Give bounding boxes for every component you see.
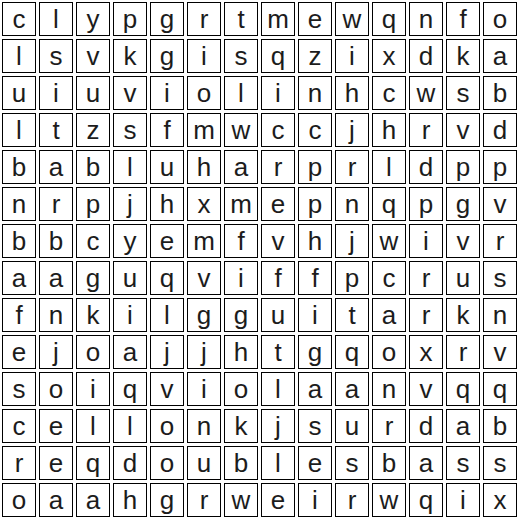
- grid-cell[interactable]: p: [335, 261, 369, 295]
- grid-cell[interactable]: s: [446, 446, 480, 480]
- grid-cell[interactable]: q: [113, 372, 147, 406]
- grid-cell[interactable]: h: [113, 483, 147, 517]
- grid-cell[interactable]: u: [446, 261, 480, 295]
- grid-cell[interactable]: k: [446, 39, 480, 73]
- grid-cell[interactable]: n: [2, 187, 36, 221]
- grid-cell[interactable]: e: [261, 187, 295, 221]
- grid-cell[interactable]: r: [483, 224, 517, 258]
- grid-cell[interactable]: q: [335, 335, 369, 369]
- grid-cell[interactable]: i: [113, 298, 147, 332]
- grid-cell[interactable]: t: [261, 335, 295, 369]
- grid-cell[interactable]: v: [483, 187, 517, 221]
- grid-cell[interactable]: b: [39, 224, 73, 258]
- grid-cell[interactable]: v: [150, 372, 184, 406]
- grid-cell[interactable]: m: [224, 187, 258, 221]
- grid-cell[interactable]: u: [113, 261, 147, 295]
- grid-cell[interactable]: i: [150, 76, 184, 110]
- grid-cell[interactable]: l: [2, 113, 36, 147]
- grid-cell[interactable]: m: [187, 113, 221, 147]
- grid-cell[interactable]: h: [187, 150, 221, 184]
- grid-cell[interactable]: f: [150, 113, 184, 147]
- grid-cell[interactable]: v: [113, 76, 147, 110]
- grid-cell[interactable]: w: [372, 224, 406, 258]
- grid-cell[interactable]: o: [224, 372, 258, 406]
- grid-cell[interactable]: c: [372, 261, 406, 295]
- grid-cell[interactable]: a: [298, 372, 332, 406]
- grid-cell[interactable]: j: [335, 224, 369, 258]
- grid-cell[interactable]: g: [187, 298, 221, 332]
- grid-cell[interactable]: e: [298, 446, 332, 480]
- grid-cell[interactable]: q: [372, 2, 406, 36]
- grid-cell[interactable]: u: [2, 76, 36, 110]
- grid-cell[interactable]: l: [2, 39, 36, 73]
- grid-cell[interactable]: j: [187, 335, 221, 369]
- grid-cell[interactable]: o: [187, 76, 221, 110]
- grid-cell[interactable]: l: [39, 2, 73, 36]
- grid-cell[interactable]: h: [335, 76, 369, 110]
- grid-cell[interactable]: b: [76, 150, 110, 184]
- grid-cell[interactable]: l: [261, 446, 295, 480]
- grid-cell[interactable]: a: [224, 150, 258, 184]
- grid-cell[interactable]: y: [76, 2, 110, 36]
- grid-cell[interactable]: s: [39, 39, 73, 73]
- grid-cell[interactable]: h: [372, 113, 406, 147]
- grid-cell[interactable]: j: [113, 187, 147, 221]
- grid-cell[interactable]: s: [446, 76, 480, 110]
- grid-cell[interactable]: x: [372, 39, 406, 73]
- grid-cell[interactable]: j: [335, 113, 369, 147]
- grid-cell[interactable]: r: [409, 298, 443, 332]
- grid-cell[interactable]: u: [150, 150, 184, 184]
- grid-cell[interactable]: g: [446, 187, 480, 221]
- grid-cell[interactable]: j: [150, 335, 184, 369]
- grid-cell[interactable]: v: [483, 335, 517, 369]
- grid-cell[interactable]: i: [298, 298, 332, 332]
- grid-cell[interactable]: l: [113, 150, 147, 184]
- grid-cell[interactable]: o: [150, 446, 184, 480]
- grid-cell[interactable]: s: [2, 372, 36, 406]
- grid-cell[interactable]: m: [261, 2, 295, 36]
- grid-cell[interactable]: z: [298, 39, 332, 73]
- grid-cell[interactable]: r: [187, 2, 221, 36]
- grid-cell[interactable]: o: [483, 2, 517, 36]
- grid-cell[interactable]: a: [39, 150, 73, 184]
- grid-cell[interactable]: h: [298, 224, 332, 258]
- grid-cell[interactable]: e: [150, 224, 184, 258]
- grid-cell[interactable]: i: [187, 372, 221, 406]
- grid-cell[interactable]: n: [335, 187, 369, 221]
- grid-cell[interactable]: x: [483, 483, 517, 517]
- grid-cell[interactable]: i: [187, 39, 221, 73]
- grid-cell[interactable]: r: [335, 483, 369, 517]
- grid-cell[interactable]: l: [372, 150, 406, 184]
- grid-cell[interactable]: i: [39, 76, 73, 110]
- grid-cell[interactable]: p: [446, 150, 480, 184]
- grid-cell[interactable]: b: [2, 150, 36, 184]
- grid-cell[interactable]: q: [372, 187, 406, 221]
- grid-cell[interactable]: c: [261, 113, 295, 147]
- grid-cell[interactable]: k: [76, 298, 110, 332]
- grid-cell[interactable]: t: [39, 113, 73, 147]
- grid-cell[interactable]: g: [150, 2, 184, 36]
- grid-cell[interactable]: e: [298, 2, 332, 36]
- grid-cell[interactable]: f: [2, 298, 36, 332]
- grid-cell[interactable]: n: [39, 298, 73, 332]
- grid-cell[interactable]: k: [113, 39, 147, 73]
- grid-cell[interactable]: g: [150, 39, 184, 73]
- grid-cell[interactable]: s: [224, 39, 258, 73]
- grid-cell[interactable]: f: [298, 261, 332, 295]
- grid-cell[interactable]: q: [261, 39, 295, 73]
- grid-cell[interactable]: q: [409, 483, 443, 517]
- grid-cell[interactable]: i: [298, 483, 332, 517]
- grid-cell[interactable]: p: [113, 2, 147, 36]
- grid-cell[interactable]: u: [187, 446, 221, 480]
- grid-cell[interactable]: r: [187, 483, 221, 517]
- grid-cell[interactable]: g: [298, 335, 332, 369]
- grid-cell[interactable]: j: [261, 409, 295, 443]
- grid-cell[interactable]: p: [298, 187, 332, 221]
- grid-cell[interactable]: s: [335, 446, 369, 480]
- grid-cell[interactable]: m: [187, 224, 221, 258]
- grid-cell[interactable]: o: [372, 335, 406, 369]
- grid-cell[interactable]: p: [298, 150, 332, 184]
- grid-cell[interactable]: e: [2, 335, 36, 369]
- grid-cell[interactable]: l: [224, 76, 258, 110]
- grid-cell[interactable]: n: [409, 2, 443, 36]
- grid-cell[interactable]: r: [409, 261, 443, 295]
- grid-cell[interactable]: r: [335, 150, 369, 184]
- grid-cell[interactable]: q: [150, 261, 184, 295]
- grid-cell[interactable]: b: [372, 446, 406, 480]
- grid-cell[interactable]: u: [261, 298, 295, 332]
- grid-cell[interactable]: i: [409, 224, 443, 258]
- grid-cell[interactable]: q: [483, 372, 517, 406]
- grid-cell[interactable]: a: [2, 261, 36, 295]
- grid-cell[interactable]: a: [39, 261, 73, 295]
- grid-cell[interactable]: b: [224, 446, 258, 480]
- grid-cell[interactable]: a: [483, 39, 517, 73]
- grid-cell[interactable]: q: [446, 372, 480, 406]
- grid-cell[interactable]: p: [409, 187, 443, 221]
- grid-cell[interactable]: f: [224, 224, 258, 258]
- grid-cell[interactable]: o: [2, 483, 36, 517]
- grid-cell[interactable]: d: [409, 409, 443, 443]
- grid-cell[interactable]: w: [335, 2, 369, 36]
- grid-cell[interactable]: e: [39, 409, 73, 443]
- grid-cell[interactable]: l: [76, 409, 110, 443]
- grid-cell[interactable]: w: [224, 113, 258, 147]
- grid-cell[interactable]: j: [39, 335, 73, 369]
- grid-cell[interactable]: b: [483, 409, 517, 443]
- grid-cell[interactable]: o: [76, 335, 110, 369]
- grid-cell[interactable]: o: [150, 409, 184, 443]
- grid-cell[interactable]: e: [39, 446, 73, 480]
- grid-cell[interactable]: t: [224, 2, 258, 36]
- grid-cell[interactable]: c: [76, 224, 110, 258]
- grid-cell[interactable]: p: [76, 187, 110, 221]
- grid-cell[interactable]: s: [298, 409, 332, 443]
- grid-cell[interactable]: n: [372, 372, 406, 406]
- grid-cell[interactable]: n: [483, 298, 517, 332]
- grid-cell[interactable]: d: [409, 39, 443, 73]
- grid-cell[interactable]: c: [2, 409, 36, 443]
- grid-cell[interactable]: a: [335, 372, 369, 406]
- grid-cell[interactable]: u: [335, 409, 369, 443]
- grid-cell[interactable]: d: [483, 113, 517, 147]
- grid-cell[interactable]: i: [261, 76, 295, 110]
- grid-cell[interactable]: g: [150, 483, 184, 517]
- grid-cell[interactable]: r: [409, 113, 443, 147]
- grid-cell[interactable]: g: [76, 261, 110, 295]
- grid-cell[interactable]: h: [150, 187, 184, 221]
- grid-cell[interactable]: a: [76, 483, 110, 517]
- grid-cell[interactable]: r: [2, 446, 36, 480]
- grid-cell[interactable]: c: [372, 76, 406, 110]
- grid-cell[interactable]: w: [224, 483, 258, 517]
- grid-cell[interactable]: a: [372, 298, 406, 332]
- grid-cell[interactable]: l: [261, 372, 295, 406]
- grid-cell[interactable]: a: [409, 446, 443, 480]
- grid-cell[interactable]: v: [261, 224, 295, 258]
- grid-cell[interactable]: c: [298, 113, 332, 147]
- grid-cell[interactable]: r: [372, 409, 406, 443]
- grid-cell[interactable]: v: [409, 372, 443, 406]
- grid-cell[interactable]: c: [2, 2, 36, 36]
- grid-cell[interactable]: a: [113, 335, 147, 369]
- grid-cell[interactable]: s: [113, 113, 147, 147]
- grid-cell[interactable]: n: [187, 409, 221, 443]
- grid-cell[interactable]: k: [224, 409, 258, 443]
- grid-cell[interactable]: i: [224, 261, 258, 295]
- grid-cell[interactable]: s: [483, 261, 517, 295]
- grid-cell[interactable]: e: [261, 483, 295, 517]
- grid-cell[interactable]: y: [113, 224, 147, 258]
- grid-cell[interactable]: p: [483, 150, 517, 184]
- grid-cell[interactable]: f: [261, 261, 295, 295]
- grid-cell[interactable]: w: [372, 483, 406, 517]
- grid-cell[interactable]: b: [2, 224, 36, 258]
- grid-cell[interactable]: v: [76, 39, 110, 73]
- grid-cell[interactable]: v: [446, 113, 480, 147]
- grid-cell[interactable]: w: [409, 76, 443, 110]
- grid-cell[interactable]: r: [261, 150, 295, 184]
- grid-cell[interactable]: x: [187, 187, 221, 221]
- grid-cell[interactable]: l: [150, 298, 184, 332]
- grid-cell[interactable]: u: [76, 76, 110, 110]
- grid-cell[interactable]: z: [76, 113, 110, 147]
- grid-cell[interactable]: s: [483, 446, 517, 480]
- grid-cell[interactable]: v: [187, 261, 221, 295]
- grid-cell[interactable]: r: [446, 335, 480, 369]
- grid-cell[interactable]: d: [113, 446, 147, 480]
- grid-cell[interactable]: a: [39, 483, 73, 517]
- grid-cell[interactable]: o: [39, 372, 73, 406]
- grid-cell[interactable]: g: [224, 298, 258, 332]
- grid-cell[interactable]: b: [483, 76, 517, 110]
- grid-cell[interactable]: a: [446, 409, 480, 443]
- grid-cell[interactable]: l: [113, 409, 147, 443]
- grid-cell[interactable]: r: [39, 187, 73, 221]
- grid-cell[interactable]: x: [409, 335, 443, 369]
- grid-cell[interactable]: d: [409, 150, 443, 184]
- grid-cell[interactable]: t: [335, 298, 369, 332]
- grid-cell[interactable]: k: [446, 298, 480, 332]
- grid-cell[interactable]: h: [224, 335, 258, 369]
- grid-cell[interactable]: q: [76, 446, 110, 480]
- word-search-grid: clypgrtmewqnfolsvkgisqzixdkauiuviolinhcw…: [0, 0, 519, 519]
- grid-cell[interactable]: v: [446, 224, 480, 258]
- grid-cell[interactable]: i: [335, 39, 369, 73]
- grid-cell[interactable]: f: [446, 2, 480, 36]
- grid-cell[interactable]: n: [298, 76, 332, 110]
- grid-cell[interactable]: i: [76, 372, 110, 406]
- grid-cell[interactable]: i: [446, 483, 480, 517]
